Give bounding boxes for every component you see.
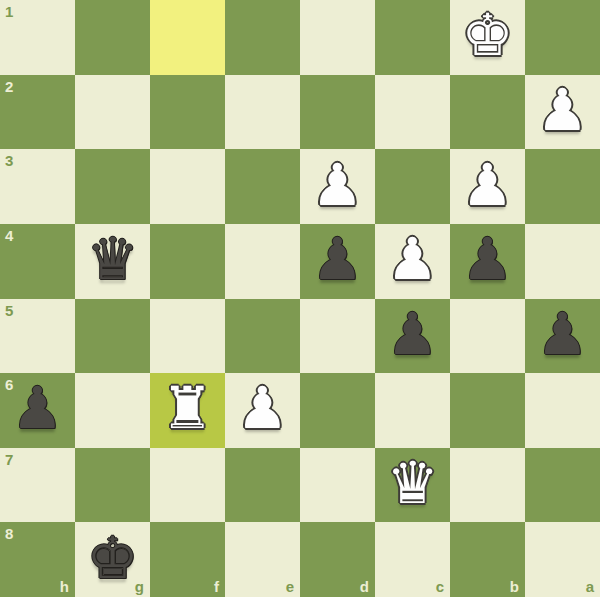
square-g6[interactable] [75, 373, 150, 448]
square-d6[interactable] [300, 373, 375, 448]
rank-label-4: 4 [5, 228, 13, 243]
square-b4[interactable]: ♟ [450, 224, 525, 299]
square-e2[interactable] [225, 75, 300, 150]
square-c7[interactable]: ♛ [375, 448, 450, 523]
square-g3[interactable] [75, 149, 150, 224]
black-king-g8[interactable]: ♚ [87, 529, 139, 587]
white-queen-c7[interactable]: ♛ [387, 454, 439, 512]
square-f5[interactable] [150, 299, 225, 374]
square-d7[interactable] [300, 448, 375, 523]
square-a4[interactable] [525, 224, 600, 299]
black-pawn-a5[interactable]: ♟ [537, 305, 589, 363]
square-h1[interactable]: 1 [0, 0, 75, 75]
black-pawn-b4[interactable]: ♟ [462, 230, 514, 288]
black-pawn-h6[interactable]: ♟ [12, 379, 64, 437]
square-b6[interactable] [450, 373, 525, 448]
file-label-f: f [214, 579, 219, 594]
file-label-d: d [360, 579, 369, 594]
square-e3[interactable] [225, 149, 300, 224]
square-e4[interactable] [225, 224, 300, 299]
square-a2[interactable]: ♟ [525, 75, 600, 150]
square-h6[interactable]: 6♟ [0, 373, 75, 448]
square-d4[interactable]: ♟ [300, 224, 375, 299]
square-b7[interactable] [450, 448, 525, 523]
square-e7[interactable] [225, 448, 300, 523]
black-pawn-c5[interactable]: ♟ [387, 305, 439, 363]
rank-label-2: 2 [5, 79, 13, 94]
square-c8[interactable]: c [375, 522, 450, 597]
square-g5[interactable] [75, 299, 150, 374]
square-f2[interactable] [150, 75, 225, 150]
square-f8[interactable]: f [150, 522, 225, 597]
white-pawn-d3[interactable]: ♟ [312, 156, 364, 214]
file-label-c: c [436, 579, 444, 594]
file-label-h: h [60, 579, 69, 594]
square-c4[interactable]: ♟ [375, 224, 450, 299]
square-d2[interactable] [300, 75, 375, 150]
square-a5[interactable]: ♟ [525, 299, 600, 374]
chess-board: 1♚2♟3♟♟4♛♟♟♟5♟♟6♟♜♟7♛8hg♚fedcba [0, 0, 600, 597]
square-c5[interactable]: ♟ [375, 299, 450, 374]
file-label-a: a [586, 579, 594, 594]
white-pawn-c4[interactable]: ♟ [387, 230, 439, 288]
white-rook-f6[interactable]: ♜ [162, 379, 214, 437]
square-e6[interactable]: ♟ [225, 373, 300, 448]
square-h2[interactable]: 2 [0, 75, 75, 150]
square-f1[interactable] [150, 0, 225, 75]
square-d8[interactable]: d [300, 522, 375, 597]
square-e8[interactable]: e [225, 522, 300, 597]
square-c1[interactable] [375, 0, 450, 75]
square-a1[interactable] [525, 0, 600, 75]
white-pawn-b3[interactable]: ♟ [462, 156, 514, 214]
square-h7[interactable]: 7 [0, 448, 75, 523]
rank-label-5: 5 [5, 303, 13, 318]
square-e1[interactable] [225, 0, 300, 75]
white-pawn-a2[interactable]: ♟ [537, 81, 589, 139]
file-label-e: e [286, 579, 294, 594]
square-c2[interactable] [375, 75, 450, 150]
square-f4[interactable] [150, 224, 225, 299]
square-d5[interactable] [300, 299, 375, 374]
square-h8[interactable]: 8h [0, 522, 75, 597]
white-king-b1[interactable]: ♚ [462, 6, 514, 64]
square-b1[interactable]: ♚ [450, 0, 525, 75]
square-h4[interactable]: 4 [0, 224, 75, 299]
square-d3[interactable]: ♟ [300, 149, 375, 224]
square-b3[interactable]: ♟ [450, 149, 525, 224]
square-a8[interactable]: a [525, 522, 600, 597]
square-a6[interactable] [525, 373, 600, 448]
black-pawn-d4[interactable]: ♟ [312, 230, 364, 288]
square-f3[interactable] [150, 149, 225, 224]
square-f6[interactable]: ♜ [150, 373, 225, 448]
rank-label-7: 7 [5, 452, 13, 467]
rank-label-8: 8 [5, 526, 13, 541]
square-g7[interactable] [75, 448, 150, 523]
rank-label-1: 1 [5, 4, 13, 19]
square-g1[interactable] [75, 0, 150, 75]
square-g2[interactable] [75, 75, 150, 150]
white-pawn-e6[interactable]: ♟ [237, 379, 289, 437]
square-h3[interactable]: 3 [0, 149, 75, 224]
square-h5[interactable]: 5 [0, 299, 75, 374]
square-b5[interactable] [450, 299, 525, 374]
square-a7[interactable] [525, 448, 600, 523]
rank-label-3: 3 [5, 153, 13, 168]
square-b2[interactable] [450, 75, 525, 150]
square-c3[interactable] [375, 149, 450, 224]
square-b8[interactable]: b [450, 522, 525, 597]
square-e5[interactable] [225, 299, 300, 374]
square-g4[interactable]: ♛ [75, 224, 150, 299]
square-c6[interactable] [375, 373, 450, 448]
square-a3[interactable] [525, 149, 600, 224]
file-label-b: b [510, 579, 519, 594]
black-queen-g4[interactable]: ♛ [87, 230, 139, 288]
square-d1[interactable] [300, 0, 375, 75]
square-g8[interactable]: g♚ [75, 522, 150, 597]
square-f7[interactable] [150, 448, 225, 523]
